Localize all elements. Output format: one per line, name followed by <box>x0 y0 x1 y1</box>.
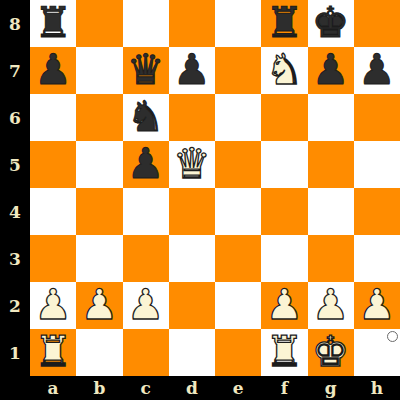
rank-label-7: 7 <box>0 47 30 94</box>
black-pawn-c5[interactable]: ♟ <box>127 143 165 185</box>
square-d7[interactable]: ♟ <box>169 47 215 94</box>
rank-label-8: 8 <box>0 0 30 47</box>
square-c3[interactable] <box>123 235 169 282</box>
square-e8[interactable] <box>215 0 261 47</box>
file-label-g: g <box>308 376 354 400</box>
rank-label-2: 2 <box>0 282 30 329</box>
square-d6[interactable] <box>169 94 215 141</box>
square-f4[interactable] <box>261 188 307 235</box>
white-pawn-b2[interactable]: ♟ <box>81 284 119 326</box>
square-b8[interactable] <box>76 0 122 47</box>
white-queen-d5[interactable]: ♛ <box>173 143 211 185</box>
square-b6[interactable] <box>76 94 122 141</box>
square-h2[interactable]: ♟ <box>354 282 400 329</box>
black-queen-c7[interactable]: ♛ <box>127 49 165 91</box>
file-label-h: h <box>354 376 400 400</box>
file-label-e: e <box>215 376 261 400</box>
square-f3[interactable] <box>261 235 307 282</box>
file-label-f: f <box>261 376 307 400</box>
file-label-a: a <box>30 376 76 400</box>
white-pawn-a2[interactable]: ♟ <box>34 284 72 326</box>
square-e5[interactable] <box>215 141 261 188</box>
black-rook-f8[interactable]: ♜ <box>266 2 304 44</box>
square-e3[interactable] <box>215 235 261 282</box>
square-e1[interactable] <box>215 329 261 376</box>
square-g2[interactable]: ♟ <box>308 282 354 329</box>
square-b1[interactable] <box>76 329 122 376</box>
white-pawn-f2[interactable]: ♟ <box>266 284 304 326</box>
square-c6[interactable]: ♞ <box>123 94 169 141</box>
black-pawn-g7[interactable]: ♟ <box>312 49 350 91</box>
square-a3[interactable] <box>30 235 76 282</box>
square-h8[interactable] <box>354 0 400 47</box>
white-pawn-g2[interactable]: ♟ <box>312 284 350 326</box>
file-label-c: c <box>123 376 169 400</box>
white-king-g1[interactable]: ♚ <box>312 331 350 373</box>
square-g1[interactable]: ♚ <box>308 329 354 376</box>
square-h6[interactable] <box>354 94 400 141</box>
black-pawn-a7[interactable]: ♟ <box>34 49 72 91</box>
square-a8[interactable]: ♜ <box>30 0 76 47</box>
square-g4[interactable] <box>308 188 354 235</box>
square-h7[interactable]: ♟ <box>354 47 400 94</box>
square-f6[interactable] <box>261 94 307 141</box>
black-pawn-d7[interactable]: ♟ <box>173 49 211 91</box>
square-d8[interactable] <box>169 0 215 47</box>
rank-label-5: 5 <box>0 141 30 188</box>
square-c4[interactable] <box>123 188 169 235</box>
square-d2[interactable] <box>169 282 215 329</box>
black-pawn-h7[interactable]: ♟ <box>358 49 396 91</box>
square-a1[interactable]: ♜ <box>30 329 76 376</box>
square-d1[interactable] <box>169 329 215 376</box>
rank-label-4: 4 <box>0 188 30 235</box>
white-pawn-h2[interactable]: ♟ <box>358 284 396 326</box>
square-g6[interactable] <box>308 94 354 141</box>
square-b5[interactable] <box>76 141 122 188</box>
square-d3[interactable] <box>169 235 215 282</box>
black-rook-a8[interactable]: ♜ <box>34 2 72 44</box>
file-label-b: b <box>76 376 122 400</box>
square-g7[interactable]: ♟ <box>308 47 354 94</box>
white-rook-f1[interactable]: ♜ <box>266 331 304 373</box>
chess-board: 8♜♜♚7♟♛♟♞♟♟6♞5♟♛432♟♟♟♟♟♟1♜♜♚abcdefgh <box>0 0 400 400</box>
square-b2[interactable]: ♟ <box>76 282 122 329</box>
square-c5[interactable]: ♟ <box>123 141 169 188</box>
square-a7[interactable]: ♟ <box>30 47 76 94</box>
rank-label-6: 6 <box>0 94 30 141</box>
square-g3[interactable] <box>308 235 354 282</box>
square-e6[interactable] <box>215 94 261 141</box>
square-d5[interactable]: ♛ <box>169 141 215 188</box>
square-f5[interactable] <box>261 141 307 188</box>
square-c2[interactable]: ♟ <box>123 282 169 329</box>
square-a2[interactable]: ♟ <box>30 282 76 329</box>
square-f2[interactable]: ♟ <box>261 282 307 329</box>
square-h3[interactable] <box>354 235 400 282</box>
square-b3[interactable] <box>76 235 122 282</box>
white-to-move-indicator <box>387 331 398 342</box>
black-knight-c6[interactable]: ♞ <box>127 96 165 138</box>
white-rook-a1[interactable]: ♜ <box>34 331 72 373</box>
white-knight-f7[interactable]: ♞ <box>266 49 304 91</box>
square-c1[interactable] <box>123 329 169 376</box>
square-f1[interactable]: ♜ <box>261 329 307 376</box>
white-pawn-c2[interactable]: ♟ <box>127 284 165 326</box>
square-d4[interactable] <box>169 188 215 235</box>
board-grid: 8♜♜♚7♟♛♟♞♟♟6♞5♟♛432♟♟♟♟♟♟1♜♜♚abcdefgh <box>0 0 400 400</box>
black-king-g8[interactable]: ♚ <box>312 2 350 44</box>
rank-label-3: 3 <box>0 235 30 282</box>
square-e7[interactable] <box>215 47 261 94</box>
square-a6[interactable] <box>30 94 76 141</box>
square-f8[interactable]: ♜ <box>261 0 307 47</box>
square-g5[interactable] <box>308 141 354 188</box>
square-e2[interactable] <box>215 282 261 329</box>
board-corner <box>0 376 30 400</box>
square-b7[interactable] <box>76 47 122 94</box>
square-h4[interactable] <box>354 188 400 235</box>
rank-label-1: 1 <box>0 329 30 376</box>
square-h5[interactable] <box>354 141 400 188</box>
square-a4[interactable] <box>30 188 76 235</box>
square-b4[interactable] <box>76 188 122 235</box>
square-c7[interactable]: ♛ <box>123 47 169 94</box>
square-c8[interactable] <box>123 0 169 47</box>
square-f7[interactable]: ♞ <box>261 47 307 94</box>
square-e4[interactable] <box>215 188 261 235</box>
file-label-d: d <box>169 376 215 400</box>
square-g8[interactable]: ♚ <box>308 0 354 47</box>
square-a5[interactable] <box>30 141 76 188</box>
